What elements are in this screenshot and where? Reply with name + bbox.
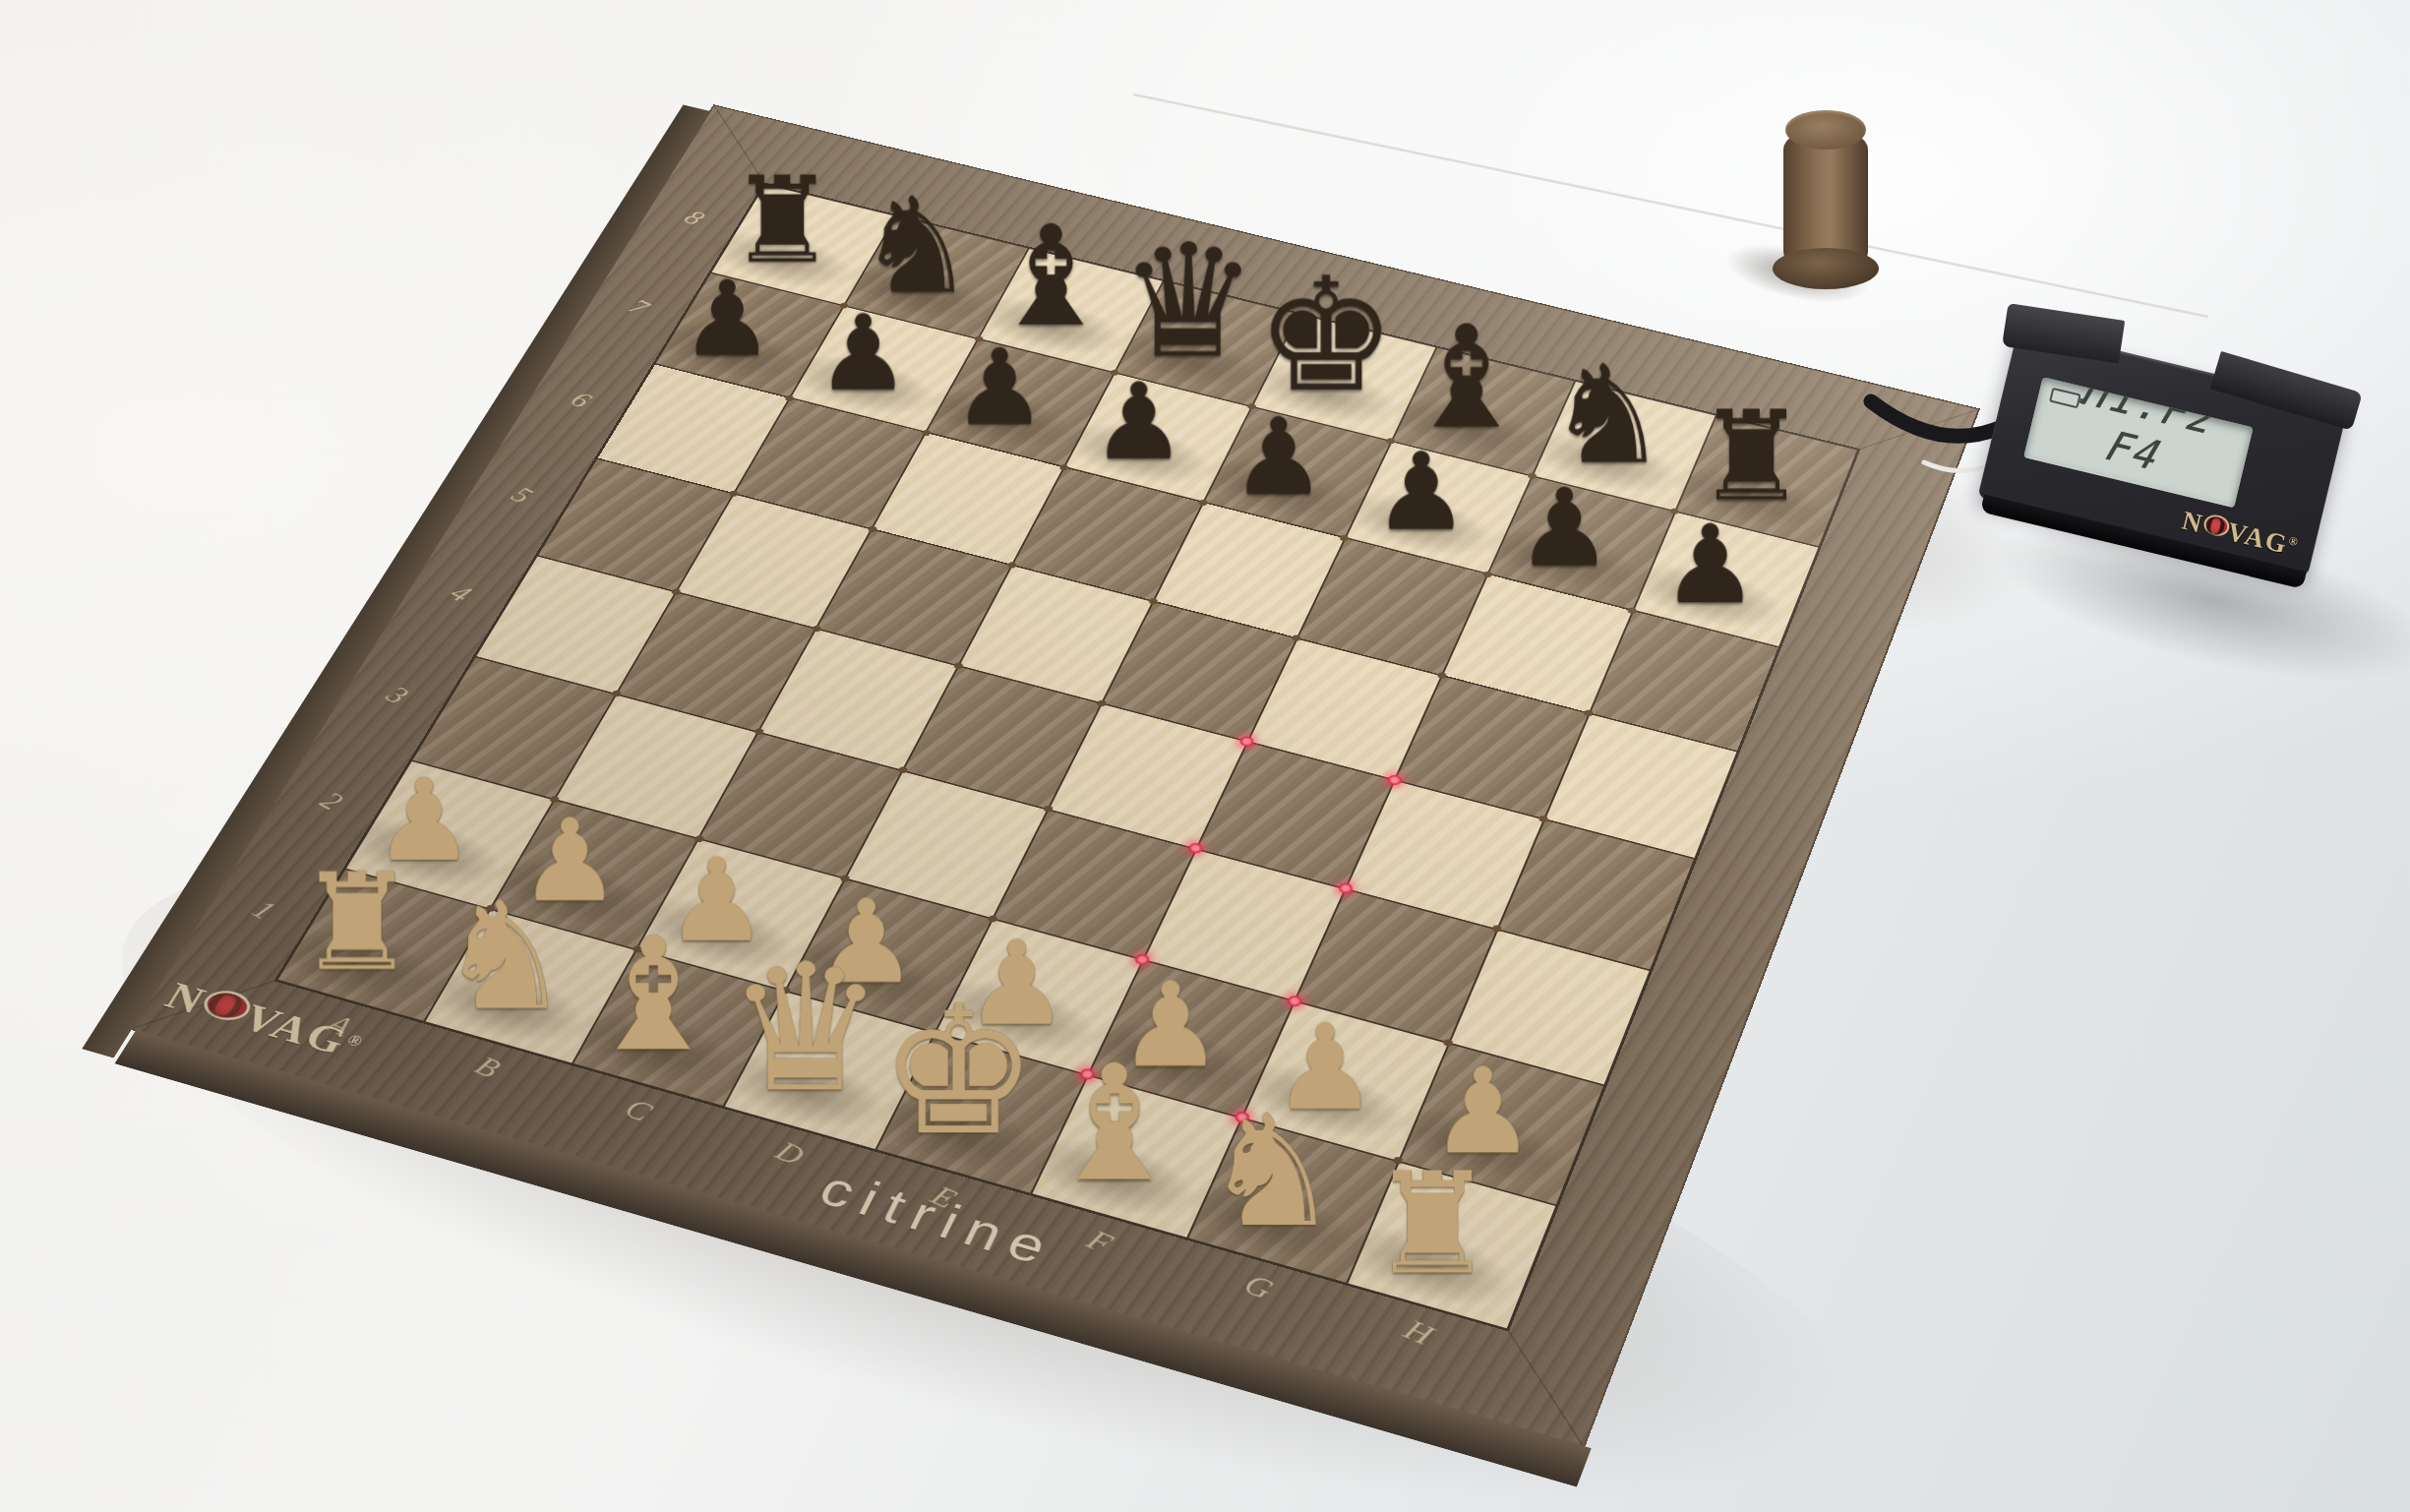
frame-mitre-joint (1857, 387, 1978, 473)
black-pawn[interactable]: ♟ (816, 300, 911, 405)
clock-back-flap-right (2210, 351, 2363, 431)
black-king[interactable]: ♚ (1256, 256, 1397, 413)
black-rook[interactable]: ♜ (1696, 394, 1807, 518)
white-queen[interactable]: ♛ (727, 939, 885, 1116)
white-rook[interactable]: ♜ (297, 855, 417, 989)
photo-stage: ♜♞♝♛♚♝♞♜♟♟♟♟♟♟♟♟♟♟♟♟♟♟♟♟♜♞♝♛♚♝♞♜ 8765432… (0, 0, 2410, 1512)
clock-back-flap-left (2002, 303, 2125, 363)
board-frame: ♜♞♝♛♚♝♞♜♟♟♟♟♟♟♟♟♟♟♟♟♟♟♟♟♜♞♝♛♚♝♞♜ 8765432… (133, 106, 1978, 1446)
white-rook[interactable]: ♜ (1369, 1153, 1495, 1294)
novag-clock: Π1.F2 F4 NOVAG® (1977, 327, 2348, 576)
wooden-cylinder (1783, 128, 1868, 273)
white-knight[interactable]: ♞ (1203, 1094, 1342, 1248)
black-pawn[interactable]: ♟ (953, 334, 1048, 440)
black-queen[interactable]: ♛ (1117, 223, 1258, 380)
sensor-dot (729, 490, 740, 498)
white-knight[interactable]: ♞ (438, 881, 572, 1031)
black-pawn[interactable]: ♟ (1091, 368, 1186, 474)
clock-lcd: Π1.F2 F4 (2023, 377, 2254, 508)
black-pawn[interactable]: ♟ (1517, 473, 1613, 581)
white-bishop[interactable]: ♝ (584, 917, 725, 1073)
registered-mark: ® (2287, 533, 2301, 549)
black-pawn[interactable]: ♟ (1373, 438, 1470, 545)
black-pawn[interactable]: ♟ (1232, 403, 1327, 510)
black-bishop[interactable]: ♝ (1403, 307, 1530, 449)
lcd-move-text: Π1.F2 F4 (2028, 377, 2254, 498)
logo-vag: VAG (2224, 516, 2291, 560)
chess-board: ♜♞♝♛♚♝♞♜♟♟♟♟♟♟♟♟♟♟♟♟♟♟♟♟♜♞♝♛♚♝♞♜ 8765432… (133, 106, 1978, 1446)
white-bishop[interactable]: ♝ (1043, 1044, 1185, 1203)
black-pawn[interactable]: ♟ (1661, 510, 1759, 618)
black-knight[interactable]: ♞ (1546, 346, 1668, 483)
white-king[interactable]: ♚ (879, 982, 1039, 1160)
